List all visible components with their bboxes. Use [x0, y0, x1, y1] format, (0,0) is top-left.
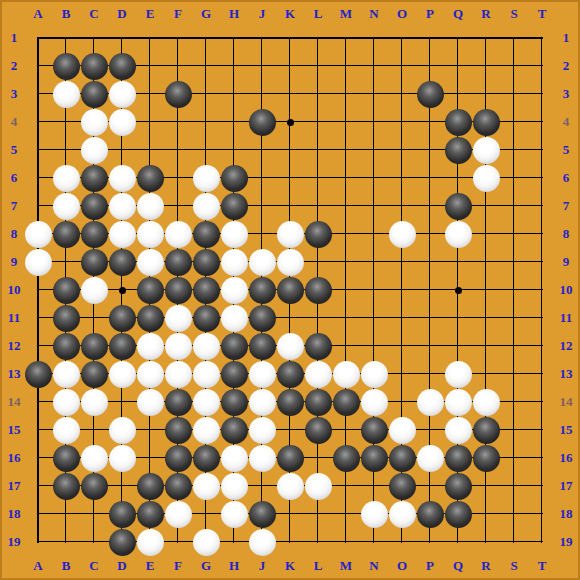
white-stone-D6 [109, 165, 136, 192]
white-stone-K12 [277, 333, 304, 360]
black-stone-E17 [137, 473, 164, 500]
black-stone-J10 [249, 277, 276, 304]
white-stone-Q15 [445, 417, 472, 444]
white-stone-E14 [137, 389, 164, 416]
coordinate-column-bottom-S: S [500, 558, 528, 574]
coordinate-column-bottom-M: M [332, 558, 360, 574]
white-stone-K17 [277, 473, 304, 500]
black-stone-G9 [193, 249, 220, 276]
black-stone-F15 [165, 417, 192, 444]
white-stone-D13 [109, 361, 136, 388]
coordinate-row-right-14: 14 [552, 394, 580, 410]
coordinate-column-bottom-L: L [304, 558, 332, 574]
coordinate-column-top-K: K [276, 6, 304, 22]
black-stone-M16 [333, 445, 360, 472]
black-stone-R4 [473, 109, 500, 136]
black-stone-P18 [417, 501, 444, 528]
coordinate-row-right-9: 9 [552, 254, 580, 270]
coordinate-column-bottom-Q: Q [444, 558, 472, 574]
white-stone-Q8 [445, 221, 472, 248]
white-stone-H16 [221, 445, 248, 472]
white-stone-C5 [81, 137, 108, 164]
white-stone-P14 [417, 389, 444, 416]
coordinate-row-right-2: 2 [552, 58, 580, 74]
white-stone-N18 [361, 501, 388, 528]
coordinate-column-bottom-P: P [416, 558, 444, 574]
coordinate-row-left-9: 9 [0, 254, 28, 270]
coordinate-row-left-16: 16 [0, 450, 28, 466]
black-stone-E18 [137, 501, 164, 528]
coordinate-column-top-F: F [164, 6, 192, 22]
black-stone-R15 [473, 417, 500, 444]
white-stone-H18 [221, 501, 248, 528]
coordinate-row-left-19: 19 [0, 534, 28, 550]
black-stone-D11 [109, 305, 136, 332]
coordinate-row-left-6: 6 [0, 170, 28, 186]
coordinate-column-top-R: R [472, 6, 500, 22]
white-stone-E7 [137, 193, 164, 220]
black-stone-Q4 [445, 109, 472, 136]
black-stone-C7 [81, 193, 108, 220]
white-stone-H11 [221, 305, 248, 332]
white-stone-D16 [109, 445, 136, 472]
black-stone-D18 [109, 501, 136, 528]
black-stone-K14 [277, 389, 304, 416]
white-stone-O8 [389, 221, 416, 248]
white-stone-B14 [53, 389, 80, 416]
black-stone-G11 [193, 305, 220, 332]
white-stone-L13 [305, 361, 332, 388]
black-stone-M14 [333, 389, 360, 416]
coordinate-column-top-E: E [136, 6, 164, 22]
coordinate-column-top-B: B [52, 6, 80, 22]
coordinate-column-bottom-B: B [52, 558, 80, 574]
white-stone-C10 [81, 277, 108, 304]
coordinate-column-bottom-K: K [276, 558, 304, 574]
coordinate-row-right-18: 18 [552, 506, 580, 522]
white-stone-N14 [361, 389, 388, 416]
coordinate-row-right-1: 1 [552, 30, 580, 46]
coordinate-column-bottom-G: G [192, 558, 220, 574]
white-stone-Q14 [445, 389, 472, 416]
white-stone-H9 [221, 249, 248, 276]
white-stone-E13 [137, 361, 164, 388]
black-stone-D2 [109, 53, 136, 80]
black-stone-Q5 [445, 137, 472, 164]
white-stone-N13 [361, 361, 388, 388]
black-stone-R16 [473, 445, 500, 472]
coordinate-row-right-7: 7 [552, 198, 580, 214]
white-stone-G7 [193, 193, 220, 220]
white-stone-K8 [277, 221, 304, 248]
white-stone-H10 [221, 277, 248, 304]
black-stone-B10 [53, 277, 80, 304]
white-stone-F11 [165, 305, 192, 332]
coordinate-row-right-13: 13 [552, 366, 580, 382]
coordinate-column-bottom-D: D [108, 558, 136, 574]
coordinate-row-left-4: 4 [0, 114, 28, 130]
black-stone-N15 [361, 417, 388, 444]
white-stone-L17 [305, 473, 332, 500]
coordinate-row-right-10: 10 [552, 282, 580, 298]
white-stone-B3 [53, 81, 80, 108]
coordinate-row-left-5: 5 [0, 142, 28, 158]
white-stone-E8 [137, 221, 164, 248]
black-stone-J18 [249, 501, 276, 528]
white-stone-O18 [389, 501, 416, 528]
white-stone-D15 [109, 417, 136, 444]
white-stone-R14 [473, 389, 500, 416]
black-stone-Q18 [445, 501, 472, 528]
coordinate-column-bottom-H: H [220, 558, 248, 574]
white-stone-K9 [277, 249, 304, 276]
coordinate-column-top-M: M [332, 6, 360, 22]
black-stone-F10 [165, 277, 192, 304]
coordinate-row-right-15: 15 [552, 422, 580, 438]
black-stone-G8 [193, 221, 220, 248]
black-stone-B2 [53, 53, 80, 80]
white-stone-E12 [137, 333, 164, 360]
coordinate-row-right-6: 6 [552, 170, 580, 186]
white-stone-A8 [25, 221, 52, 248]
white-stone-G17 [193, 473, 220, 500]
black-stone-C9 [81, 249, 108, 276]
black-stone-C12 [81, 333, 108, 360]
coordinate-column-bottom-N: N [360, 558, 388, 574]
coordinate-column-top-P: P [416, 6, 444, 22]
white-stone-Q13 [445, 361, 472, 388]
coordinate-row-left-18: 18 [0, 506, 28, 522]
coordinate-row-left-7: 7 [0, 198, 28, 214]
coordinate-row-left-8: 8 [0, 226, 28, 242]
coordinate-column-top-N: N [360, 6, 388, 22]
white-stone-R6 [473, 165, 500, 192]
coordinate-row-right-11: 11 [552, 310, 580, 326]
black-stone-L15 [305, 417, 332, 444]
star-point-Q10 [455, 287, 462, 294]
black-stone-F14 [165, 389, 192, 416]
coordinate-row-right-19: 19 [552, 534, 580, 550]
coordinate-row-right-17: 17 [552, 478, 580, 494]
coordinate-column-bottom-T: T [528, 558, 556, 574]
coordinate-column-top-O: O [388, 6, 416, 22]
white-stone-B6 [53, 165, 80, 192]
black-stone-F17 [165, 473, 192, 500]
white-stone-G12 [193, 333, 220, 360]
coordinate-row-left-1: 1 [0, 30, 28, 46]
coordinate-row-right-16: 16 [552, 450, 580, 466]
coordinate-column-top-S: S [500, 6, 528, 22]
coordinate-row-left-3: 3 [0, 86, 28, 102]
white-stone-J14 [249, 389, 276, 416]
black-stone-G10 [193, 277, 220, 304]
black-stone-C17 [81, 473, 108, 500]
white-stone-B15 [53, 417, 80, 444]
black-stone-J4 [249, 109, 276, 136]
black-stone-B16 [53, 445, 80, 472]
black-stone-F9 [165, 249, 192, 276]
white-stone-E9 [137, 249, 164, 276]
coordinate-column-top-J: J [248, 6, 276, 22]
coordinate-row-left-10: 10 [0, 282, 28, 298]
black-stone-B11 [53, 305, 80, 332]
coordinate-column-top-C: C [80, 6, 108, 22]
white-stone-D4 [109, 109, 136, 136]
black-stone-C6 [81, 165, 108, 192]
white-stone-D7 [109, 193, 136, 220]
coordinate-column-bottom-J: J [248, 558, 276, 574]
white-stone-C4 [81, 109, 108, 136]
black-stone-H15 [221, 417, 248, 444]
white-stone-F8 [165, 221, 192, 248]
white-stone-H8 [221, 221, 248, 248]
black-stone-L10 [305, 277, 332, 304]
black-stone-L12 [305, 333, 332, 360]
black-stone-F16 [165, 445, 192, 472]
coordinate-row-right-12: 12 [552, 338, 580, 354]
black-stone-B17 [53, 473, 80, 500]
black-stone-Q7 [445, 193, 472, 220]
black-stone-Q16 [445, 445, 472, 472]
black-stone-H14 [221, 389, 248, 416]
coordinate-column-top-Q: Q [444, 6, 472, 22]
white-stone-M13 [333, 361, 360, 388]
white-stone-C16 [81, 445, 108, 472]
white-stone-E19 [137, 529, 164, 556]
coordinate-row-right-4: 4 [552, 114, 580, 130]
coordinate-column-bottom-C: C [80, 558, 108, 574]
coordinate-row-left-14: 14 [0, 394, 28, 410]
coordinate-column-bottom-F: F [164, 558, 192, 574]
black-stone-D19 [109, 529, 136, 556]
black-stone-C13 [81, 361, 108, 388]
black-stone-H12 [221, 333, 248, 360]
white-stone-J19 [249, 529, 276, 556]
coordinate-row-left-2: 2 [0, 58, 28, 74]
black-stone-E11 [137, 305, 164, 332]
black-stone-K10 [277, 277, 304, 304]
white-stone-B13 [53, 361, 80, 388]
coordinate-column-bottom-E: E [136, 558, 164, 574]
coordinate-column-top-T: T [528, 6, 556, 22]
black-stone-C3 [81, 81, 108, 108]
coordinate-row-right-5: 5 [552, 142, 580, 158]
coordinate-row-left-17: 17 [0, 478, 28, 494]
white-stone-G14 [193, 389, 220, 416]
white-stone-O15 [389, 417, 416, 444]
coordinate-column-bottom-O: O [388, 558, 416, 574]
coordinate-row-left-12: 12 [0, 338, 28, 354]
black-stone-P3 [417, 81, 444, 108]
black-stone-J11 [249, 305, 276, 332]
coordinate-column-bottom-R: R [472, 558, 500, 574]
coordinate-row-right-3: 3 [552, 86, 580, 102]
white-stone-J9 [249, 249, 276, 276]
coordinate-column-bottom-A: A [24, 558, 52, 574]
white-stone-F18 [165, 501, 192, 528]
white-stone-P16 [417, 445, 444, 472]
white-stone-B7 [53, 193, 80, 220]
black-stone-L8 [305, 221, 332, 248]
white-stone-G6 [193, 165, 220, 192]
black-stone-B12 [53, 333, 80, 360]
black-stone-E6 [137, 165, 164, 192]
black-stone-C2 [81, 53, 108, 80]
coordinate-column-top-H: H [220, 6, 248, 22]
star-point-K4 [287, 119, 294, 126]
coordinate-row-left-13: 13 [0, 366, 28, 382]
black-stone-B8 [53, 221, 80, 248]
black-stone-G16 [193, 445, 220, 472]
coordinate-column-top-L: L [304, 6, 332, 22]
white-stone-G15 [193, 417, 220, 444]
white-stone-J15 [249, 417, 276, 444]
black-stone-H13 [221, 361, 248, 388]
white-stone-G13 [193, 361, 220, 388]
black-stone-E10 [137, 277, 164, 304]
white-stone-H17 [221, 473, 248, 500]
black-stone-C8 [81, 221, 108, 248]
coordinate-column-top-A: A [24, 6, 52, 22]
black-stone-D9 [109, 249, 136, 276]
white-stone-D8 [109, 221, 136, 248]
black-stone-H6 [221, 165, 248, 192]
black-stone-K13 [277, 361, 304, 388]
black-stone-O16 [389, 445, 416, 472]
coordinate-row-right-8: 8 [552, 226, 580, 242]
coordinate-row-left-11: 11 [0, 310, 28, 326]
white-stone-J13 [249, 361, 276, 388]
black-stone-D12 [109, 333, 136, 360]
white-stone-D3 [109, 81, 136, 108]
white-stone-R5 [473, 137, 500, 164]
go-board[interactable]: AABBCCDDEEFFGGHHJJKKLLMMNNOOPPQQRRSSTT11… [0, 0, 580, 580]
coordinate-column-top-G: G [192, 6, 220, 22]
black-stone-F3 [165, 81, 192, 108]
black-stone-J12 [249, 333, 276, 360]
black-stone-K16 [277, 445, 304, 472]
white-stone-J16 [249, 445, 276, 472]
white-stone-G19 [193, 529, 220, 556]
black-stone-O17 [389, 473, 416, 500]
coordinate-row-left-15: 15 [0, 422, 28, 438]
white-stone-A9 [25, 249, 52, 276]
black-stone-N16 [361, 445, 388, 472]
black-stone-H7 [221, 193, 248, 220]
star-point-D10 [119, 287, 126, 294]
black-stone-Q17 [445, 473, 472, 500]
black-stone-A13 [25, 361, 52, 388]
coordinate-column-top-D: D [108, 6, 136, 22]
white-stone-F12 [165, 333, 192, 360]
white-stone-F13 [165, 361, 192, 388]
white-stone-C14 [81, 389, 108, 416]
black-stone-L14 [305, 389, 332, 416]
